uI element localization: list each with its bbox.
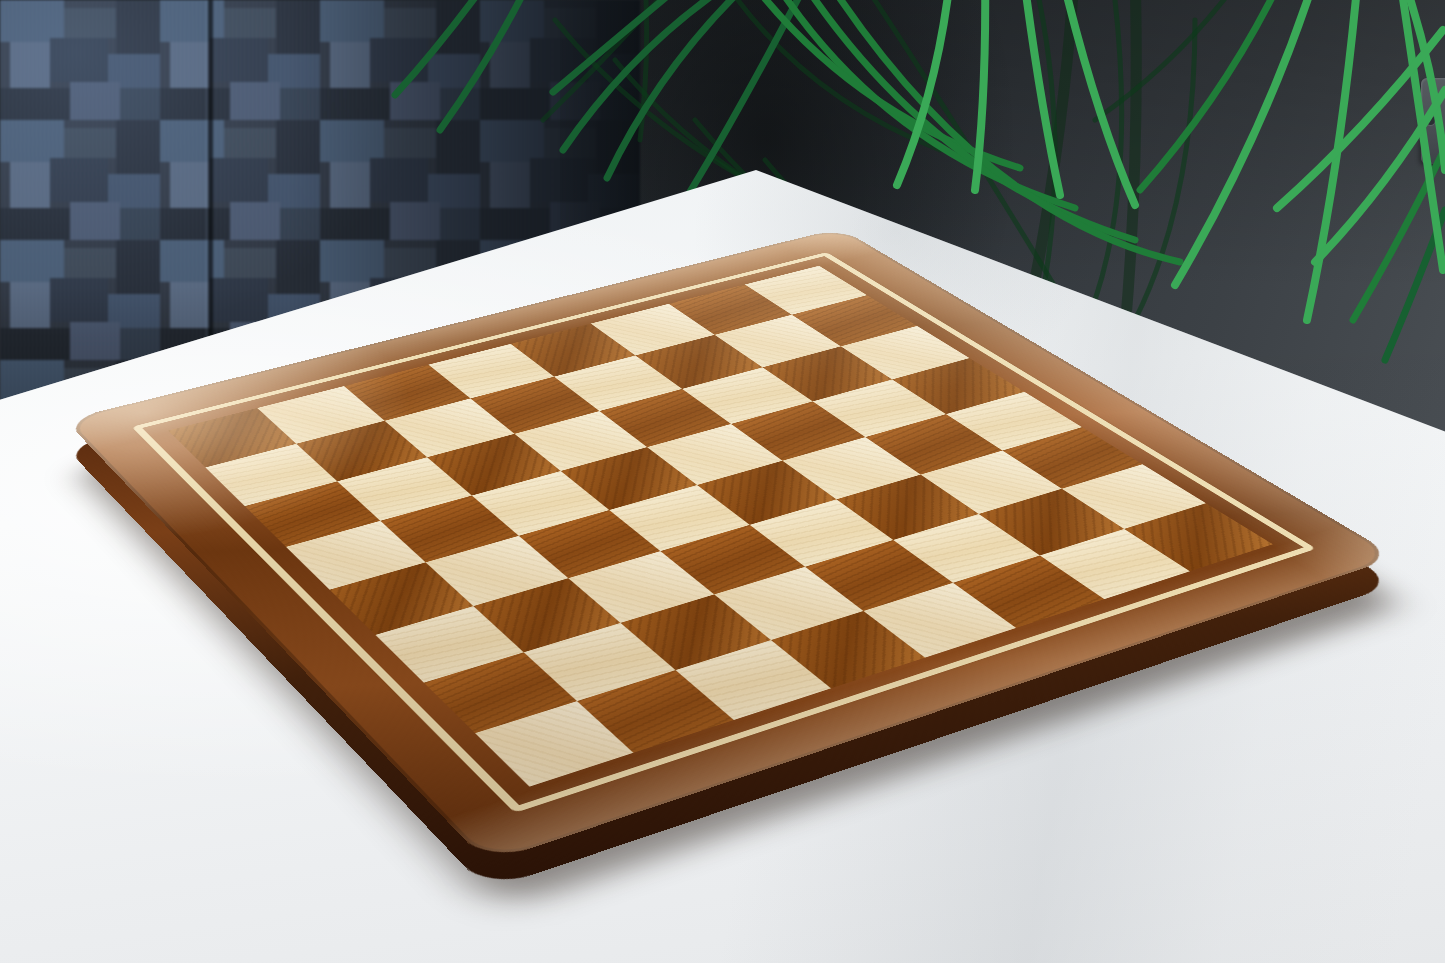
chess-board xyxy=(65,228,1397,863)
product-photo-scene xyxy=(0,0,1445,963)
chess-board-3d xyxy=(0,0,1445,963)
